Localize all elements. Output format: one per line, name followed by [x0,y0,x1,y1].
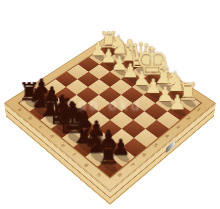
piece-white-pawn: ♟ [155,92,200,112]
chess-board: abcdefgh 12345678 ♜♞♝♛♚♝♞♜♟♟♟♟♟♟♟♟♟♟♟♟♟♟… [4,34,216,191]
pieces-layer: ♜♞♝♛♚♝♞♜♟♟♟♟♟♟♟♟♟♟♟♟♟♟♟♟♜♞♝♛♚♝♞♜ [4,34,216,191]
scene: abcdefgh 12345678 ♜♞♝♛♚♝♞♜♟♟♟♟♟♟♟♟♟♟♟♟♟♟… [0,0,220,209]
latch-clasp-icon [166,140,175,153]
product-photo: abcdefgh 12345678 ♜♞♝♛♚♝♞♜♟♟♟♟♟♟♟♟♟♟♟♟♟♟… [0,0,220,209]
piece-black-rook: ♜ [84,141,133,168]
